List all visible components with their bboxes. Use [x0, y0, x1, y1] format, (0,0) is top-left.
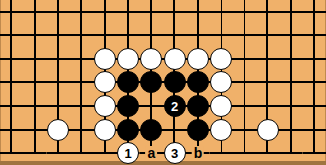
board-point-c7-r3[interactable]: [140, 47, 163, 71]
board-point-c8-r4[interactable]: [163, 71, 186, 95]
black-stone: [187, 95, 209, 117]
board-point-c5-r4[interactable]: [93, 71, 116, 95]
board-point-c1-r5[interactable]: [0, 94, 23, 118]
white-stone: [210, 48, 232, 70]
board-point-c14-r5[interactable]: [303, 94, 326, 118]
board-point-c8-r1[interactable]: [163, 0, 186, 24]
black-stone: [117, 71, 139, 93]
board-point-c5-r5[interactable]: [93, 94, 116, 118]
black-stone: [140, 119, 162, 141]
board-point-c1-r4[interactable]: [0, 71, 23, 95]
black-stone: [117, 119, 139, 141]
board-point-c12-r1[interactable]: [256, 0, 279, 24]
white-stone: [210, 95, 232, 117]
board-point-c2-r3[interactable]: [23, 47, 46, 71]
black-stone: [140, 71, 162, 93]
board-point-c11-r7[interactable]: [233, 141, 256, 165]
board-point-c4-r3[interactable]: [70, 47, 93, 71]
board-point-c3-r6[interactable]: [47, 118, 70, 142]
black-stone-2: 2: [164, 95, 186, 117]
white-stone: [117, 48, 139, 70]
board-point-c1-r7[interactable]: [0, 141, 23, 165]
board-point-c6-r6[interactable]: [116, 118, 139, 142]
board-point-c6-r3[interactable]: [116, 47, 139, 71]
white-stone: [210, 71, 232, 93]
board-point-c11-r5[interactable]: [233, 94, 256, 118]
board-point-c14-r6[interactable]: [303, 118, 326, 142]
board-point-c10-r6[interactable]: [210, 118, 233, 142]
board-point-c4-r7[interactable]: [70, 141, 93, 165]
white-stone: [94, 95, 116, 117]
board-point-c4-r1[interactable]: [70, 0, 93, 24]
board-point-c12-r2[interactable]: [256, 24, 279, 48]
board-point-c5-r6[interactable]: [93, 118, 116, 142]
board-point-c3-r2[interactable]: [47, 24, 70, 48]
board-point-c6-r5[interactable]: [116, 94, 139, 118]
board-point-c3-r7[interactable]: [47, 141, 70, 165]
board-point-c13-r1[interactable]: [279, 0, 302, 24]
board-point-c10-r1[interactable]: [210, 0, 233, 24]
board-point-c12-r4[interactable]: [256, 71, 279, 95]
board-point-c8-r7[interactable]: 3: [163, 141, 186, 165]
board-point-c13-r7[interactable]: [279, 141, 302, 165]
board-point-c9-r5[interactable]: [186, 94, 209, 118]
board-point-c2-r7[interactable]: [23, 141, 46, 165]
board-point-c7-r5[interactable]: [140, 94, 163, 118]
board-point-c2-r6[interactable]: [23, 118, 46, 142]
board-point-c3-r3[interactable]: [47, 47, 70, 71]
board-point-c9-r1[interactable]: [186, 0, 209, 24]
black-stone: [187, 119, 209, 141]
board-point-c6-r1[interactable]: [116, 0, 139, 24]
board-point-c5-r2[interactable]: [93, 24, 116, 48]
white-stone: [210, 119, 232, 141]
board-point-c3-r4[interactable]: [47, 71, 70, 95]
board-point-c5-r7[interactable]: [93, 141, 116, 165]
board-point-c4-r5[interactable]: [70, 94, 93, 118]
board-point-c7-r4[interactable]: [140, 71, 163, 95]
board-point-c6-r2[interactable]: [116, 24, 139, 48]
board-point-c2-r4[interactable]: [23, 71, 46, 95]
board-point-c9-r3[interactable]: [186, 47, 209, 71]
board-point-c5-r1[interactable]: [93, 0, 116, 24]
board-point-c10-r3[interactable]: [210, 47, 233, 71]
board-point-c4-r2[interactable]: [70, 24, 93, 48]
board-point-c14-r3[interactable]: [303, 47, 326, 71]
board-point-c4-r6[interactable]: [70, 118, 93, 142]
board-point-c13-r2[interactable]: [279, 24, 302, 48]
board-point-c14-r4[interactable]: [303, 71, 326, 95]
board-point-c8-r5[interactable]: 2: [163, 94, 186, 118]
board-point-c11-r3[interactable]: [233, 47, 256, 71]
board-point-c11-r2[interactable]: [233, 24, 256, 48]
board-point-c1-r3[interactable]: [0, 47, 23, 71]
white-stone: [140, 48, 162, 70]
board-point-c14-r1[interactable]: [303, 0, 326, 24]
board-point-c1-r2[interactable]: [0, 24, 23, 48]
board-point-c10-r2[interactable]: [210, 24, 233, 48]
board-point-c11-r1[interactable]: [233, 0, 256, 24]
board-point-c13-r6[interactable]: [279, 118, 302, 142]
white-stone-3: 3: [164, 142, 186, 164]
board-point-c12-r7[interactable]: [256, 141, 279, 165]
white-stone: [94, 119, 116, 141]
board-point-c7-r7[interactable]: a: [140, 141, 163, 165]
board-point-c12-r5[interactable]: [256, 94, 279, 118]
board-point-c9-r2[interactable]: [186, 24, 209, 48]
board-point-c2-r5[interactable]: [23, 94, 46, 118]
board-grid: 21a3b: [0, 0, 326, 165]
board-point-c3-r5[interactable]: [47, 94, 70, 118]
white-stone: [47, 119, 69, 141]
white-stone: [94, 48, 116, 70]
board-point-c9-r7[interactable]: b: [186, 141, 209, 165]
board-point-c4-r4[interactable]: [70, 71, 93, 95]
board-point-c6-r7[interactable]: 1: [116, 141, 139, 165]
board-point-c7-r1[interactable]: [140, 0, 163, 24]
board-point-c8-r3[interactable]: [163, 47, 186, 71]
board-point-c14-r7[interactable]: [303, 141, 326, 165]
board-point-c12-r6[interactable]: [256, 118, 279, 142]
board-point-c7-r2[interactable]: [140, 24, 163, 48]
board-point-c6-r4[interactable]: [116, 71, 139, 95]
board-point-c5-r3[interactable]: [93, 47, 116, 71]
board-point-c7-r6[interactable]: [140, 118, 163, 142]
board-point-c13-r5[interactable]: [279, 94, 302, 118]
board-point-c2-r2[interactable]: [23, 24, 46, 48]
board-point-c10-r5[interactable]: [210, 94, 233, 118]
board-point-c11-r6[interactable]: [233, 118, 256, 142]
white-stone: [94, 71, 116, 93]
black-stone: [187, 71, 209, 93]
board-point-c13-r3[interactable]: [279, 47, 302, 71]
board-point-c14-r2[interactable]: [303, 24, 326, 48]
board-point-c1-r1[interactable]: [0, 0, 23, 24]
point-label-b: b: [192, 146, 205, 160]
black-stone: [117, 95, 139, 117]
white-stone: [187, 48, 209, 70]
board-point-c13-r4[interactable]: [279, 71, 302, 95]
board-point-c9-r6[interactable]: [186, 118, 209, 142]
black-stone: [164, 71, 186, 93]
board-point-c12-r3[interactable]: [256, 47, 279, 71]
board-point-c10-r7[interactable]: [210, 141, 233, 165]
white-stone: [257, 119, 279, 141]
board-point-c1-r6[interactable]: [0, 118, 23, 142]
white-stone: [164, 48, 186, 70]
point-label-a: a: [145, 146, 157, 160]
go-board-diagram: 21a3b: [0, 0, 326, 165]
board-point-c11-r4[interactable]: [233, 71, 256, 95]
white-stone-1: 1: [117, 142, 139, 164]
board-point-c8-r6[interactable]: [163, 118, 186, 142]
board-point-c8-r2[interactable]: [163, 24, 186, 48]
board-point-c10-r4[interactable]: [210, 71, 233, 95]
board-point-c9-r4[interactable]: [186, 71, 209, 95]
board-point-c3-r1[interactable]: [47, 0, 70, 24]
board-point-c2-r1[interactable]: [23, 0, 46, 24]
